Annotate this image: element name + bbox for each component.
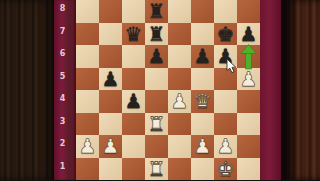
piece-white-pawn: ♟ [237, 68, 260, 91]
piece-white-pawn: ♟ [191, 135, 214, 158]
square-b1[interactable] [99, 158, 122, 181]
chess-board: ♜♛♜♚♟♟♟♟♟♟♟♟♛♜♟♟♟♟♜♚ [76, 0, 260, 180]
square-g1[interactable]: ♚ [214, 158, 237, 181]
square-a4[interactable] [76, 90, 99, 113]
square-b7[interactable] [99, 23, 122, 46]
square-d8[interactable]: ♜ [145, 0, 168, 23]
square-e6[interactable] [168, 45, 191, 68]
square-a3[interactable] [76, 113, 99, 136]
square-f4[interactable]: ♛ [191, 90, 214, 113]
square-f2[interactable]: ♟ [191, 135, 214, 158]
square-b4[interactable] [99, 90, 122, 113]
rank-label-8: 8 [54, 0, 76, 21]
piece-white-queen: ♛ [191, 90, 214, 113]
rank-label-1: 1 [54, 156, 76, 179]
piece-white-pawn: ♟ [99, 135, 122, 158]
piece-black-rook: ♜ [145, 23, 168, 46]
square-f5[interactable] [191, 68, 214, 91]
rank-label-4: 4 [54, 88, 76, 111]
piece-white-rook: ♜ [145, 113, 168, 136]
square-f8[interactable] [191, 0, 214, 23]
square-a5[interactable] [76, 68, 99, 91]
square-a6[interactable] [76, 45, 99, 68]
square-e2[interactable] [168, 135, 191, 158]
square-d6[interactable]: ♟ [145, 45, 168, 68]
rank-label-5: 5 [54, 66, 76, 89]
square-g8[interactable] [214, 0, 237, 23]
wood-panel-right [288, 0, 320, 180]
piece-black-queen: ♛ [122, 23, 145, 46]
piece-black-rook: ♜ [145, 0, 168, 23]
square-c7[interactable]: ♛ [122, 23, 145, 46]
frame-shadow-gap [281, 0, 288, 180]
square-h4[interactable] [237, 90, 260, 113]
square-a8[interactable] [76, 0, 99, 23]
square-b6[interactable] [99, 45, 122, 68]
square-f1[interactable] [191, 158, 214, 181]
square-b3[interactable] [99, 113, 122, 136]
piece-white-rook: ♜ [145, 158, 168, 181]
square-b2[interactable]: ♟ [99, 135, 122, 158]
square-d3[interactable]: ♜ [145, 113, 168, 136]
square-c8[interactable] [122, 0, 145, 23]
square-a7[interactable] [76, 23, 99, 46]
rank-label-2: 2 [54, 133, 76, 156]
square-a2[interactable]: ♟ [76, 135, 99, 158]
rank-label-7: 7 [54, 21, 76, 44]
chess-app-window: 87654321 ♜♛♜♚♟♟♟♟♟♟♟♟♛♜♟♟♟♟♜♚ [0, 0, 320, 180]
piece-black-pawn: ♟ [237, 23, 260, 46]
square-g4[interactable] [214, 90, 237, 113]
board-frame-right [260, 0, 281, 180]
piece-black-pawn: ♟ [99, 68, 122, 91]
square-b5[interactable]: ♟ [99, 68, 122, 91]
piece-black-pawn: ♟ [214, 45, 237, 68]
square-d5[interactable] [145, 68, 168, 91]
piece-black-pawn: ♟ [145, 45, 168, 68]
square-d4[interactable] [145, 90, 168, 113]
piece-black-king: ♚ [214, 23, 237, 46]
square-h3[interactable] [237, 113, 260, 136]
piece-white-king: ♚ [214, 158, 237, 181]
square-a1[interactable] [76, 158, 99, 181]
piece-white-pawn: ♟ [168, 90, 191, 113]
square-e4[interactable]: ♟ [168, 90, 191, 113]
square-h1[interactable] [237, 158, 260, 181]
square-c6[interactable] [122, 45, 145, 68]
square-g5[interactable] [214, 68, 237, 91]
square-b8[interactable] [99, 0, 122, 23]
rank-label-3: 3 [54, 111, 76, 134]
wood-panel-left [0, 0, 54, 180]
piece-white-pawn: ♟ [76, 135, 99, 158]
rank-labels: 87654321 [54, 0, 76, 180]
square-g6[interactable]: ♟ [214, 45, 237, 68]
piece-black-pawn: ♟ [122, 90, 145, 113]
square-h8[interactable] [237, 0, 260, 23]
square-d7[interactable]: ♜ [145, 23, 168, 46]
square-c2[interactable] [122, 135, 145, 158]
square-e3[interactable] [168, 113, 191, 136]
square-e7[interactable] [168, 23, 191, 46]
square-e5[interactable] [168, 68, 191, 91]
square-f6[interactable]: ♟ [191, 45, 214, 68]
square-c1[interactable] [122, 158, 145, 181]
square-f3[interactable] [191, 113, 214, 136]
square-f7[interactable] [191, 23, 214, 46]
square-c4[interactable]: ♟ [122, 90, 145, 113]
piece-white-pawn: ♟ [214, 135, 237, 158]
square-d2[interactable] [145, 135, 168, 158]
square-g7[interactable]: ♚ [214, 23, 237, 46]
square-e8[interactable] [168, 0, 191, 23]
square-h2[interactable] [237, 135, 260, 158]
square-d1[interactable]: ♜ [145, 158, 168, 181]
piece-black-pawn: ♟ [191, 45, 214, 68]
square-c5[interactable] [122, 68, 145, 91]
rank-label-6: 6 [54, 43, 76, 66]
square-e1[interactable] [168, 158, 191, 181]
square-h5[interactable]: ♟ [237, 68, 260, 91]
square-h7[interactable]: ♟ [237, 23, 260, 46]
square-g2[interactable]: ♟ [214, 135, 237, 158]
square-g3[interactable] [214, 113, 237, 136]
square-h6[interactable] [237, 45, 260, 68]
square-c3[interactable] [122, 113, 145, 136]
